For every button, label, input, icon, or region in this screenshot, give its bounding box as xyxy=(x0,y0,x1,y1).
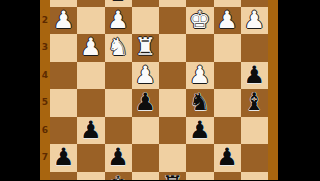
square-h4[interactable] xyxy=(50,62,77,90)
square-f3[interactable]: ♞ xyxy=(105,34,132,62)
square-c8[interactable] xyxy=(186,172,213,181)
square-g5[interactable] xyxy=(77,89,104,117)
square-h5[interactable] xyxy=(50,89,77,117)
square-e3[interactable]: ♜ xyxy=(132,34,159,62)
rank-label-3: 3 xyxy=(40,34,50,62)
square-g2[interactable] xyxy=(77,7,104,35)
black-pawn[interactable]: ♟ xyxy=(80,117,102,145)
black-bishop[interactable]: ♝ xyxy=(244,89,266,117)
square-h7[interactable]: ♟ xyxy=(50,144,77,172)
square-e8[interactable] xyxy=(132,172,159,181)
square-g6[interactable]: ♟ xyxy=(77,117,104,145)
rank-label-7: 7 xyxy=(40,144,50,172)
square-h8[interactable] xyxy=(50,172,77,181)
white-knight[interactable]: ♞ xyxy=(107,34,129,62)
square-g7[interactable] xyxy=(77,144,104,172)
black-pawn[interactable]: ♟ xyxy=(53,144,75,172)
rank-label-8: 8 xyxy=(40,172,50,181)
square-d2[interactable] xyxy=(159,7,186,35)
white-pawn[interactable]: ♟ xyxy=(53,7,75,35)
square-f5[interactable] xyxy=(105,89,132,117)
square-g8[interactable] xyxy=(77,172,104,181)
square-g4[interactable] xyxy=(77,62,104,90)
black-pawn[interactable]: ♟ xyxy=(244,62,266,90)
square-a7[interactable] xyxy=(241,144,268,172)
white-pawn[interactable]: ♟ xyxy=(244,7,266,35)
square-b3[interactable] xyxy=(214,34,241,62)
square-e5[interactable]: ♟ xyxy=(132,89,159,117)
screenshot-background: ♝♟♟♚♟♟♟♞♜♟♟♟♟♞♝♟♟♟♟♟♚♜ 12345678 xyxy=(0,0,320,180)
square-b7[interactable]: ♟ xyxy=(214,144,241,172)
square-f6[interactable] xyxy=(105,117,132,145)
square-e4[interactable]: ♟ xyxy=(132,62,159,90)
rank-label-6: 6 xyxy=(40,117,50,145)
black-pawn[interactable]: ♟ xyxy=(216,144,238,172)
white-king[interactable]: ♚ xyxy=(189,7,211,35)
square-f4[interactable] xyxy=(105,62,132,90)
rank-label-2: 2 xyxy=(40,7,50,35)
white-pawn[interactable]: ♟ xyxy=(135,62,157,90)
square-d4[interactable] xyxy=(159,62,186,90)
black-pawn[interactable]: ♟ xyxy=(107,144,129,172)
square-g3[interactable]: ♟ xyxy=(77,34,104,62)
white-pawn[interactable]: ♟ xyxy=(216,7,238,35)
square-c7[interactable] xyxy=(186,144,213,172)
black-rook[interactable]: ♜ xyxy=(162,172,184,181)
square-d5[interactable] xyxy=(159,89,186,117)
square-h2[interactable]: ♟ xyxy=(50,7,77,35)
square-d7[interactable] xyxy=(159,144,186,172)
square-c6[interactable]: ♟ xyxy=(186,117,213,145)
black-pawn[interactable]: ♟ xyxy=(135,89,157,117)
square-c3[interactable] xyxy=(186,34,213,62)
square-a8[interactable] xyxy=(241,172,268,181)
square-d3[interactable] xyxy=(159,34,186,62)
black-king[interactable]: ♚ xyxy=(107,172,129,181)
square-a6[interactable] xyxy=(241,117,268,145)
square-e7[interactable] xyxy=(132,144,159,172)
square-d6[interactable] xyxy=(159,117,186,145)
square-e2[interactable] xyxy=(132,7,159,35)
rank-label-5: 5 xyxy=(40,89,50,117)
chess-board[interactable]: ♝♟♟♚♟♟♟♞♜♟♟♟♟♞♝♟♟♟♟♟♚♜ xyxy=(50,0,268,180)
square-b8[interactable] xyxy=(214,172,241,181)
white-rook[interactable]: ♜ xyxy=(135,34,157,62)
square-a5[interactable]: ♝ xyxy=(241,89,268,117)
white-pawn[interactable]: ♟ xyxy=(189,62,211,90)
square-a4[interactable]: ♟ xyxy=(241,62,268,90)
square-d8[interactable]: ♜ xyxy=(159,172,186,181)
white-pawn[interactable]: ♟ xyxy=(107,7,129,35)
square-b2[interactable]: ♟ xyxy=(214,7,241,35)
square-c2[interactable]: ♚ xyxy=(186,7,213,35)
black-knight[interactable]: ♞ xyxy=(189,89,211,117)
square-c4[interactable]: ♟ xyxy=(186,62,213,90)
square-a2[interactable]: ♟ xyxy=(241,7,268,35)
black-pawn[interactable]: ♟ xyxy=(189,117,211,145)
square-c5[interactable]: ♞ xyxy=(186,89,213,117)
rank-label-4: 4 xyxy=(40,62,50,90)
square-f2[interactable]: ♟ xyxy=(105,7,132,35)
square-h6[interactable] xyxy=(50,117,77,145)
square-f8[interactable]: ♚ xyxy=(105,172,132,181)
square-f7[interactable]: ♟ xyxy=(105,144,132,172)
square-a3[interactable] xyxy=(241,34,268,62)
square-b5[interactable] xyxy=(214,89,241,117)
square-e6[interactable] xyxy=(132,117,159,145)
square-b6[interactable] xyxy=(214,117,241,145)
square-b4[interactable] xyxy=(214,62,241,90)
square-h3[interactable] xyxy=(50,34,77,62)
white-pawn[interactable]: ♟ xyxy=(80,34,102,62)
